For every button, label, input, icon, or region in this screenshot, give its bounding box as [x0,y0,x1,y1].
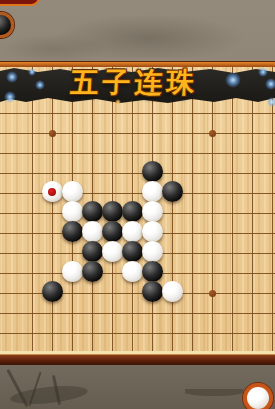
black-stone-icon [0,15,11,35]
white-stone-icon [247,387,269,409]
black-player-indicator [0,12,14,38]
banner-title: 五子连珠 [0,63,275,103]
board-grid[interactable] [0,66,275,354]
ink-smudge [0,34,110,64]
boat-silhouette [185,389,243,396]
game-board[interactable] [0,66,275,354]
game-screen: 五子连珠 [0,0,275,409]
white-player-indicator [243,383,273,409]
board-frame-bottom [0,354,275,365]
bottom-background [0,365,275,409]
ink-smudge [55,14,245,58]
hud-topleft-bar [0,0,40,6]
